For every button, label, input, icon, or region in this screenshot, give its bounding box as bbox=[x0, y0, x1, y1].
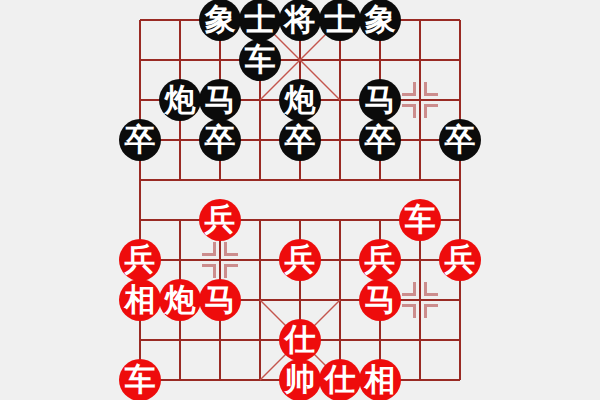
piece-red-elephant[interactable]: 相 bbox=[359, 359, 401, 400]
piece-black-horse[interactable]: 马 bbox=[359, 79, 401, 121]
piece-red-soldier[interactable]: 兵 bbox=[119, 239, 161, 281]
piece-black-soldier[interactable]: 卒 bbox=[359, 119, 401, 161]
piece-black-soldier[interactable]: 卒 bbox=[279, 119, 321, 161]
piece-red-soldier[interactable]: 兵 bbox=[279, 239, 321, 281]
piece-red-soldier[interactable]: 兵 bbox=[359, 239, 401, 281]
piece-black-general[interactable]: 将 bbox=[279, 0, 321, 41]
piece-black-soldier[interactable]: 卒 bbox=[119, 119, 161, 161]
piece-black-advisor[interactable]: 士 bbox=[319, 0, 361, 41]
piece-red-advisor[interactable]: 仕 bbox=[279, 319, 321, 361]
piece-red-horse[interactable]: 马 bbox=[199, 279, 241, 321]
piece-black-cannon[interactable]: 炮 bbox=[279, 79, 321, 121]
piece-red-chariot[interactable]: 车 bbox=[399, 199, 441, 241]
piece-red-horse[interactable]: 马 bbox=[359, 279, 401, 321]
piece-black-elephant[interactable]: 象 bbox=[199, 0, 241, 41]
piece-red-cannon[interactable]: 炮 bbox=[159, 279, 201, 321]
piece-black-horse[interactable]: 马 bbox=[199, 79, 241, 121]
piece-red-elephant[interactable]: 相 bbox=[119, 279, 161, 321]
piece-red-advisor[interactable]: 仕 bbox=[319, 359, 361, 400]
piece-red-general[interactable]: 帅 bbox=[279, 359, 321, 400]
piece-red-chariot[interactable]: 车 bbox=[119, 359, 161, 400]
piece-red-soldier[interactable]: 兵 bbox=[199, 199, 241, 241]
piece-black-advisor[interactable]: 士 bbox=[239, 0, 281, 41]
piece-black-chariot[interactable]: 车 bbox=[239, 39, 281, 81]
piece-red-soldier[interactable]: 兵 bbox=[439, 239, 481, 281]
xiangqi-board-screen: 象士将士象车炮马炮马卒卒卒卒卒兵车兵兵兵兵相炮马马仕车帅仕相 bbox=[0, 0, 600, 400]
piece-black-cannon[interactable]: 炮 bbox=[159, 79, 201, 121]
piece-black-soldier[interactable]: 卒 bbox=[439, 119, 481, 161]
piece-black-soldier[interactable]: 卒 bbox=[199, 119, 241, 161]
piece-black-elephant[interactable]: 象 bbox=[359, 0, 401, 41]
